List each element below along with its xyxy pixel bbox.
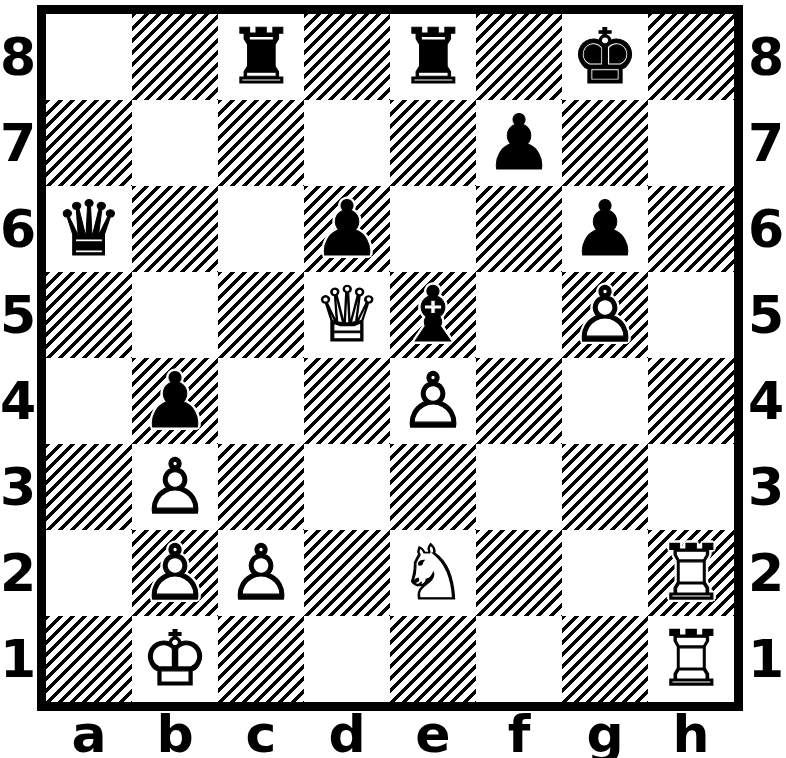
square-f1 <box>476 616 562 702</box>
rank-label-1: 1 <box>0 616 36 702</box>
square-e2: ♞♘ <box>390 530 476 616</box>
square-g2 <box>562 530 648 616</box>
square-e1 <box>390 616 476 702</box>
square-h2: ♜♖ <box>648 530 734 616</box>
white-pawn-g5: ♟♙ <box>562 272 648 358</box>
file-label-h: h <box>648 709 734 758</box>
piece-outline-layer: ♙ <box>132 444 218 530</box>
white-queen-d5: ♛♕ <box>304 272 390 358</box>
rank-label-7: 7 <box>746 100 786 186</box>
square-b8 <box>132 14 218 100</box>
square-d7 <box>304 100 390 186</box>
square-f8 <box>476 14 562 100</box>
black-bishop-e5: ♝ <box>390 272 476 358</box>
square-d4 <box>304 358 390 444</box>
square-e6 <box>390 186 476 272</box>
white-pawn-e4: ♟♙ <box>390 358 476 444</box>
piece-outline-layer: ♙ <box>562 272 648 358</box>
file-label-c: c <box>218 709 304 758</box>
square-a1 <box>46 616 132 702</box>
chess-board: ♜♜♚♟♛♟♟♛♕♝♟♙♟♟♙♟♙♟♙♟♙♞♘♜♖♚♔♜♖ <box>37 5 743 711</box>
square-a5 <box>46 272 132 358</box>
white-knight-e2: ♞♘ <box>390 530 476 616</box>
rank-label-2: 2 <box>0 530 36 616</box>
square-f5 <box>476 272 562 358</box>
square-b6 <box>132 186 218 272</box>
rank-label-1: 1 <box>746 616 786 702</box>
square-g3 <box>562 444 648 530</box>
square-c4 <box>218 358 304 444</box>
white-pawn-c2: ♟♙ <box>218 530 304 616</box>
square-d8 <box>304 14 390 100</box>
rank-labels-left: 87654321 <box>0 14 36 702</box>
square-e5: ♝ <box>390 272 476 358</box>
black-rook-c8: ♜ <box>218 14 304 100</box>
square-f6 <box>476 186 562 272</box>
square-d3 <box>304 444 390 530</box>
square-d1 <box>304 616 390 702</box>
square-c1 <box>218 616 304 702</box>
square-h5 <box>648 272 734 358</box>
square-e3 <box>390 444 476 530</box>
square-a6: ♛ <box>46 186 132 272</box>
white-pawn-b2: ♟♙ <box>132 530 218 616</box>
square-b2: ♟♙ <box>132 530 218 616</box>
square-h6 <box>648 186 734 272</box>
file-label-a: a <box>46 709 132 758</box>
white-rook-h1: ♜♖ <box>648 616 734 702</box>
file-label-e: e <box>390 709 476 758</box>
square-g5: ♟♙ <box>562 272 648 358</box>
rank-label-5: 5 <box>746 272 786 358</box>
rank-label-3: 3 <box>746 444 786 530</box>
piece-outline-layer: ♙ <box>390 358 476 444</box>
square-e8: ♜ <box>390 14 476 100</box>
black-pawn-g6: ♟ <box>562 186 648 272</box>
piece-outline-layer: ♔ <box>132 616 218 702</box>
white-rook-h2: ♜♖ <box>648 530 734 616</box>
rank-label-5: 5 <box>0 272 36 358</box>
square-a7 <box>46 100 132 186</box>
white-pawn-b3: ♟♙ <box>132 444 218 530</box>
square-f7: ♟ <box>476 100 562 186</box>
square-g1 <box>562 616 648 702</box>
file-label-b: b <box>132 709 218 758</box>
square-c7 <box>218 100 304 186</box>
black-pawn-b4: ♟ <box>132 358 218 444</box>
rank-label-4: 4 <box>746 358 786 444</box>
rank-label-6: 6 <box>0 186 36 272</box>
square-c6 <box>218 186 304 272</box>
black-pawn-f7: ♟ <box>476 100 562 186</box>
chess-diagram-page: 87654321 ♜♜♚♟♛♟♟♛♕♝♟♙♟♟♙♟♙♟♙♟♙♞♘♜♖♚♔♜♖ 8… <box>0 0 786 758</box>
white-king-b1: ♚♔ <box>132 616 218 702</box>
square-d2 <box>304 530 390 616</box>
piece-outline-layer: ♙ <box>132 530 218 616</box>
square-b4: ♟ <box>132 358 218 444</box>
file-label-d: d <box>304 709 390 758</box>
rank-label-8: 8 <box>746 14 786 100</box>
square-h1: ♜♖ <box>648 616 734 702</box>
piece-outline-layer: ♕ <box>304 272 390 358</box>
black-pawn-d6: ♟ <box>304 186 390 272</box>
square-a8 <box>46 14 132 100</box>
square-f2 <box>476 530 562 616</box>
piece-outline-layer: ♖ <box>648 616 734 702</box>
square-b7 <box>132 100 218 186</box>
square-h3 <box>648 444 734 530</box>
square-e4: ♟♙ <box>390 358 476 444</box>
square-h8 <box>648 14 734 100</box>
square-d5: ♛♕ <box>304 272 390 358</box>
file-label-f: f <box>476 709 562 758</box>
square-f3 <box>476 444 562 530</box>
piece-outline-layer: ♙ <box>218 530 304 616</box>
square-g6: ♟ <box>562 186 648 272</box>
square-h7 <box>648 100 734 186</box>
square-g7 <box>562 100 648 186</box>
black-king-g8: ♚ <box>562 14 648 100</box>
rank-label-8: 8 <box>0 14 36 100</box>
square-c8: ♜ <box>218 14 304 100</box>
square-a2 <box>46 530 132 616</box>
square-f4 <box>476 358 562 444</box>
square-e7 <box>390 100 476 186</box>
piece-outline-layer: ♘ <box>390 530 476 616</box>
piece-outline-layer: ♖ <box>648 530 734 616</box>
square-a4 <box>46 358 132 444</box>
square-c3 <box>218 444 304 530</box>
rank-label-4: 4 <box>0 358 36 444</box>
black-rook-e8: ♜ <box>390 14 476 100</box>
square-c5 <box>218 272 304 358</box>
square-g4 <box>562 358 648 444</box>
rank-label-6: 6 <box>746 186 786 272</box>
square-b3: ♟♙ <box>132 444 218 530</box>
rank-label-2: 2 <box>746 530 786 616</box>
square-h4 <box>648 358 734 444</box>
square-d6: ♟ <box>304 186 390 272</box>
rank-label-7: 7 <box>0 100 36 186</box>
square-c2: ♟♙ <box>218 530 304 616</box>
rank-label-3: 3 <box>0 444 36 530</box>
black-queen-a6: ♛ <box>46 186 132 272</box>
file-labels: abcdefgh <box>46 709 734 758</box>
square-a3 <box>46 444 132 530</box>
file-label-g: g <box>562 709 648 758</box>
rank-labels-right: 87654321 <box>746 14 786 702</box>
square-g8: ♚ <box>562 14 648 100</box>
square-b5 <box>132 272 218 358</box>
square-b1: ♚♔ <box>132 616 218 702</box>
